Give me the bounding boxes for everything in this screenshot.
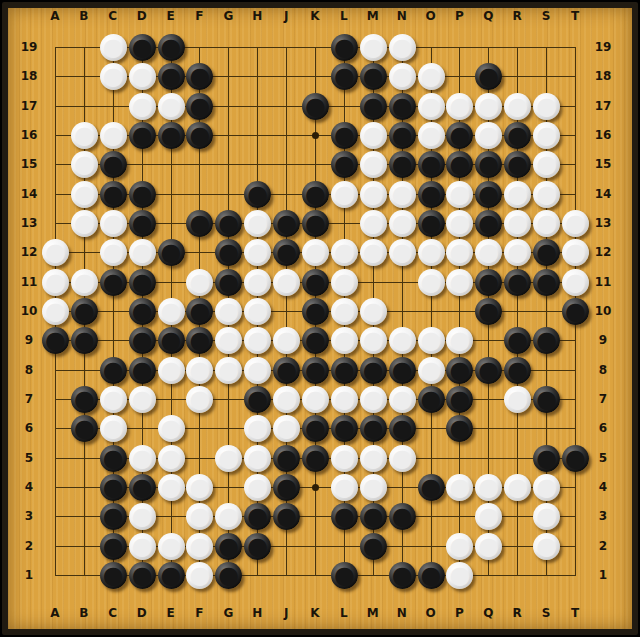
stone-black[interactable]: ● <box>158 327 185 354</box>
row-label-left: 17 <box>21 99 38 113</box>
stone-white[interactable]: ● <box>418 327 445 354</box>
stone-white[interactable]: ● <box>418 239 445 266</box>
stone-white[interactable]: ● <box>215 503 242 530</box>
stone-black[interactable]: ● <box>273 357 300 384</box>
row-label-right: 11 <box>595 275 612 289</box>
stone-white[interactable]: ● <box>186 269 213 296</box>
stone-white[interactable]: ● <box>418 357 445 384</box>
stone-black[interactable]: ● <box>129 474 156 501</box>
stone-black[interactable]: ● <box>215 239 242 266</box>
stone-black[interactable]: ● <box>129 562 156 589</box>
stone-white[interactable]: ● <box>100 63 127 90</box>
stone-black[interactable]: ● <box>186 122 213 149</box>
stone-black[interactable]: ● <box>215 269 242 296</box>
stone-black[interactable]: ● <box>504 327 531 354</box>
row-label-right: 7 <box>599 392 607 406</box>
stone-white[interactable]: ● <box>446 239 473 266</box>
stone-white[interactable]: ● <box>100 122 127 149</box>
stone-black[interactable]: ● <box>244 181 271 208</box>
stone-white[interactable]: ● <box>129 93 156 120</box>
stone-white[interactable]: ● <box>215 357 242 384</box>
stone-white[interactable]: ● <box>446 562 473 589</box>
row-label-right: 1 <box>599 568 607 582</box>
stone-white[interactable]: ● <box>475 239 502 266</box>
star-point <box>312 132 319 139</box>
stone-white[interactable]: ● <box>331 445 358 472</box>
stone-white[interactable]: ● <box>360 122 387 149</box>
stone-black[interactable]: ● <box>446 357 473 384</box>
stone-black[interactable]: ● <box>475 151 502 178</box>
stone-black[interactable]: ● <box>100 533 127 560</box>
stone-black[interactable]: ● <box>418 386 445 413</box>
stone-white[interactable]: ● <box>504 239 531 266</box>
stone-white[interactable]: ● <box>562 239 589 266</box>
stone-white[interactable]: ● <box>244 210 271 237</box>
stone-black[interactable]: ● <box>331 34 358 61</box>
stone-black[interactable]: ● <box>273 445 300 472</box>
col-label-bottom: O <box>425 606 435 620</box>
stone-black[interactable]: ● <box>273 239 300 266</box>
stone-black[interactable]: ● <box>389 357 416 384</box>
col-label-bottom: H <box>252 606 262 620</box>
col-label-bottom: K <box>310 606 319 620</box>
stone-black[interactable]: ● <box>533 269 560 296</box>
stone-white[interactable]: ● <box>446 210 473 237</box>
stone-black[interactable]: ● <box>504 122 531 149</box>
stone-black[interactable]: ● <box>418 474 445 501</box>
stone-white[interactable]: ● <box>446 93 473 120</box>
stone-black[interactable]: ● <box>273 474 300 501</box>
stone-black[interactable]: ● <box>302 445 329 472</box>
go-board[interactable]: AABBCCDDEEFFGGHHJJKKLLMMNNOOPPQQRRSSTT19… <box>8 8 632 629</box>
stone-white[interactable]: ● <box>244 415 271 442</box>
stone-black[interactable]: ● <box>389 151 416 178</box>
col-label-bottom: E <box>166 606 174 620</box>
stone-white[interactable]: ● <box>389 181 416 208</box>
stone-white[interactable]: ● <box>562 269 589 296</box>
stone-white[interactable]: ● <box>504 474 531 501</box>
stone-white[interactable]: ● <box>158 415 185 442</box>
stone-black[interactable]: ● <box>244 533 271 560</box>
stone-white[interactable]: ● <box>71 181 98 208</box>
col-label-top: P <box>455 9 464 23</box>
stone-white[interactable]: ● <box>158 93 185 120</box>
stone-white[interactable]: ● <box>273 386 300 413</box>
col-label-bottom: T <box>571 606 579 620</box>
stone-white[interactable]: ● <box>475 474 502 501</box>
stone-white[interactable]: ● <box>446 269 473 296</box>
col-label-bottom: B <box>79 606 88 620</box>
row-label-right: 3 <box>599 509 607 523</box>
stone-black[interactable]: ● <box>475 357 502 384</box>
stone-white[interactable]: ● <box>533 210 560 237</box>
stone-black[interactable]: ● <box>475 181 502 208</box>
col-label-top: B <box>79 9 88 23</box>
stone-white[interactable]: ● <box>446 181 473 208</box>
stone-white[interactable]: ● <box>100 239 127 266</box>
col-label-top: L <box>340 9 348 23</box>
stone-white[interactable]: ● <box>389 34 416 61</box>
stone-white[interactable]: ● <box>446 533 473 560</box>
stone-white[interactable]: ● <box>244 327 271 354</box>
stone-black[interactable]: ● <box>42 327 69 354</box>
col-label-top: Q <box>483 9 493 23</box>
stone-black[interactable]: ● <box>100 181 127 208</box>
stone-black[interactable]: ● <box>129 269 156 296</box>
row-label-left: 9 <box>25 333 33 347</box>
stone-black[interactable]: ● <box>562 445 589 472</box>
row-label-left: 10 <box>21 304 38 318</box>
stone-black[interactable]: ● <box>504 357 531 384</box>
stone-white[interactable]: ● <box>331 239 358 266</box>
stone-white[interactable]: ● <box>360 474 387 501</box>
stone-white[interactable]: ● <box>273 327 300 354</box>
stone-white[interactable]: ● <box>475 533 502 560</box>
col-label-bottom: S <box>542 606 551 620</box>
stone-white[interactable]: ● <box>42 298 69 325</box>
stone-white[interactable]: ● <box>504 210 531 237</box>
stone-black[interactable]: ● <box>331 63 358 90</box>
stone-black[interactable]: ● <box>360 357 387 384</box>
stone-white[interactable]: ● <box>129 239 156 266</box>
stone-black[interactable]: ● <box>533 445 560 472</box>
stone-black[interactable]: ● <box>244 503 271 530</box>
stone-white[interactable]: ● <box>186 533 213 560</box>
stone-black[interactable]: ● <box>475 63 502 90</box>
stone-white[interactable]: ● <box>331 298 358 325</box>
row-label-left: 1 <box>25 568 33 582</box>
stone-white[interactable]: ● <box>215 327 242 354</box>
stone-black[interactable]: ● <box>533 327 560 354</box>
stone-white[interactable]: ● <box>244 298 271 325</box>
stone-black[interactable]: ● <box>100 562 127 589</box>
stone-black[interactable]: ● <box>158 34 185 61</box>
stone-white[interactable]: ● <box>562 210 589 237</box>
stone-white[interactable]: ● <box>389 386 416 413</box>
stone-black[interactable]: ● <box>331 122 358 149</box>
stone-black[interactable]: ● <box>100 357 127 384</box>
stone-white[interactable]: ● <box>186 474 213 501</box>
stone-black[interactable]: ● <box>186 327 213 354</box>
stone-black[interactable]: ● <box>302 415 329 442</box>
stone-white[interactable]: ● <box>100 386 127 413</box>
stone-white[interactable]: ● <box>389 445 416 472</box>
col-label-top: M <box>367 9 379 23</box>
row-label-right: 17 <box>595 99 612 113</box>
stone-black[interactable]: ● <box>158 239 185 266</box>
stone-black[interactable]: ● <box>446 122 473 149</box>
row-label-right: 9 <box>599 333 607 347</box>
stone-black[interactable]: ● <box>129 181 156 208</box>
stone-black[interactable]: ● <box>215 533 242 560</box>
stone-white[interactable]: ● <box>446 474 473 501</box>
stone-white[interactable]: ● <box>331 327 358 354</box>
stone-black[interactable]: ● <box>504 151 531 178</box>
stone-white[interactable]: ● <box>129 533 156 560</box>
stone-black[interactable]: ● <box>389 415 416 442</box>
stone-white[interactable]: ● <box>302 239 329 266</box>
stone-black[interactable]: ● <box>129 327 156 354</box>
stone-black[interactable]: ● <box>100 269 127 296</box>
stone-white[interactable]: ● <box>186 386 213 413</box>
stone-black[interactable]: ● <box>158 63 185 90</box>
stone-white[interactable]: ● <box>244 239 271 266</box>
col-label-bottom: C <box>108 606 117 620</box>
stone-white[interactable]: ● <box>129 503 156 530</box>
stone-white[interactable]: ● <box>273 415 300 442</box>
col-label-bottom: Q <box>483 606 493 620</box>
row-label-right: 12 <box>595 245 612 259</box>
stone-black[interactable]: ● <box>302 93 329 120</box>
stone-black[interactable]: ● <box>302 298 329 325</box>
stone-white[interactable]: ● <box>360 239 387 266</box>
stone-white[interactable]: ● <box>389 327 416 354</box>
row-label-left: 13 <box>21 216 38 230</box>
stone-black[interactable]: ● <box>129 357 156 384</box>
stone-white[interactable]: ● <box>360 210 387 237</box>
stone-white[interactable]: ● <box>100 415 127 442</box>
stone-black[interactable]: ● <box>331 415 358 442</box>
row-label-left: 15 <box>21 157 38 171</box>
stone-white[interactable]: ● <box>533 474 560 501</box>
stone-black[interactable]: ● <box>71 386 98 413</box>
row-label-right: 2 <box>599 539 607 553</box>
stone-black[interactable]: ● <box>273 210 300 237</box>
stone-white[interactable]: ● <box>360 151 387 178</box>
stone-white[interactable]: ● <box>418 63 445 90</box>
stone-black[interactable]: ● <box>71 327 98 354</box>
stone-white[interactable]: ● <box>244 474 271 501</box>
col-label-top: D <box>137 9 147 23</box>
stone-white[interactable]: ● <box>100 210 127 237</box>
row-label-right: 8 <box>599 363 607 377</box>
row-label-right: 16 <box>595 128 612 142</box>
row-label-left: 16 <box>21 128 38 142</box>
stone-black[interactable]: ● <box>302 327 329 354</box>
stone-white[interactable]: ● <box>389 239 416 266</box>
stone-white[interactable]: ● <box>42 239 69 266</box>
stone-white[interactable]: ● <box>331 474 358 501</box>
stone-black[interactable]: ● <box>186 63 213 90</box>
stone-black[interactable]: ● <box>129 210 156 237</box>
stone-black[interactable]: ● <box>302 210 329 237</box>
stone-black[interactable]: ● <box>100 445 127 472</box>
stone-white[interactable]: ● <box>389 63 416 90</box>
col-label-top: N <box>397 9 407 23</box>
star-point <box>312 484 319 491</box>
stone-white[interactable]: ● <box>533 533 560 560</box>
stone-black[interactable]: ● <box>100 151 127 178</box>
stone-white[interactable]: ● <box>129 63 156 90</box>
stone-white[interactable]: ● <box>533 122 560 149</box>
stone-black[interactable]: ● <box>331 562 358 589</box>
stone-black[interactable]: ● <box>389 562 416 589</box>
stone-black[interactable]: ● <box>302 357 329 384</box>
stone-black[interactable]: ● <box>186 210 213 237</box>
stone-black[interactable]: ● <box>389 93 416 120</box>
col-label-bottom: N <box>397 606 407 620</box>
stone-black[interactable]: ● <box>533 386 560 413</box>
stone-white[interactable]: ● <box>100 34 127 61</box>
stone-black[interactable]: ● <box>215 210 242 237</box>
stone-white[interactable]: ● <box>504 93 531 120</box>
row-label-right: 10 <box>595 304 612 318</box>
stone-black[interactable]: ● <box>186 93 213 120</box>
col-label-top: T <box>571 9 579 23</box>
stone-black[interactable]: ● <box>331 357 358 384</box>
stone-black[interactable]: ● <box>360 415 387 442</box>
stone-white[interactable]: ● <box>158 533 185 560</box>
col-label-bottom: A <box>50 606 59 620</box>
stone-black[interactable]: ● <box>446 151 473 178</box>
stone-white[interactable]: ● <box>158 445 185 472</box>
stone-black[interactable]: ● <box>446 386 473 413</box>
col-label-top: O <box>425 9 435 23</box>
stone-white[interactable]: ● <box>418 93 445 120</box>
col-label-bottom: J <box>284 606 288 620</box>
stone-white[interactable]: ● <box>71 122 98 149</box>
stone-white[interactable]: ● <box>504 386 531 413</box>
stone-black[interactable]: ● <box>244 386 271 413</box>
stone-black[interactable]: ● <box>389 503 416 530</box>
stone-white[interactable]: ● <box>71 210 98 237</box>
stone-white[interactable]: ● <box>533 93 560 120</box>
col-label-top: H <box>252 9 262 23</box>
stone-black[interactable]: ● <box>129 298 156 325</box>
row-label-left: 11 <box>21 275 38 289</box>
row-label-left: 14 <box>21 187 38 201</box>
row-label-right: 6 <box>599 421 607 435</box>
stone-white[interactable]: ● <box>331 181 358 208</box>
stone-black[interactable]: ● <box>446 415 473 442</box>
stone-black[interactable]: ● <box>418 151 445 178</box>
go-game-screenshot: { "game": "go", "board": { "size": 19, "… <box>0 0 640 637</box>
stone-white[interactable]: ● <box>360 327 387 354</box>
stone-black[interactable]: ● <box>360 503 387 530</box>
row-label-right: 5 <box>599 451 607 465</box>
col-label-bottom: F <box>195 606 203 620</box>
stone-white[interactable]: ● <box>446 327 473 354</box>
row-label-right: 19 <box>595 40 612 54</box>
col-label-bottom: D <box>137 606 147 620</box>
stone-white[interactable]: ● <box>158 474 185 501</box>
stone-white[interactable]: ● <box>129 445 156 472</box>
stone-black[interactable]: ● <box>475 210 502 237</box>
row-label-right: 15 <box>595 157 612 171</box>
stone-white[interactable]: ● <box>360 386 387 413</box>
stone-black[interactable]: ● <box>302 269 329 296</box>
stone-white[interactable]: ● <box>186 503 213 530</box>
row-label-left: 2 <box>25 539 33 553</box>
stone-white[interactable]: ● <box>186 357 213 384</box>
stone-black[interactable]: ● <box>100 503 127 530</box>
stone-black[interactable]: ● <box>475 269 502 296</box>
stone-white[interactable]: ● <box>215 298 242 325</box>
stone-white[interactable]: ● <box>533 151 560 178</box>
stone-white[interactable]: ● <box>475 93 502 120</box>
stone-black[interactable]: ● <box>360 63 387 90</box>
row-label-left: 18 <box>21 69 38 83</box>
stone-white[interactable]: ● <box>360 181 387 208</box>
stone-white[interactable]: ● <box>504 181 531 208</box>
row-label-right: 13 <box>595 216 612 230</box>
stone-black[interactable]: ● <box>360 533 387 560</box>
row-label-left: 4 <box>25 480 33 494</box>
stone-white[interactable]: ● <box>360 445 387 472</box>
stone-black[interactable]: ● <box>215 562 242 589</box>
col-label-bottom: G <box>223 606 233 620</box>
stone-white[interactable]: ● <box>186 562 213 589</box>
stone-black[interactable]: ● <box>273 503 300 530</box>
stone-white[interactable]: ● <box>418 269 445 296</box>
stone-black[interactable]: ● <box>331 503 358 530</box>
stone-white[interactable]: ● <box>331 269 358 296</box>
stone-white[interactable]: ● <box>244 269 271 296</box>
stone-white[interactable]: ● <box>215 445 242 472</box>
col-label-top: E <box>166 9 174 23</box>
stone-black[interactable]: ● <box>475 298 502 325</box>
row-label-left: 5 <box>25 451 33 465</box>
stone-black[interactable]: ● <box>100 474 127 501</box>
stone-white[interactable]: ● <box>42 269 69 296</box>
stone-black[interactable]: ● <box>129 34 156 61</box>
row-label-left: 7 <box>25 392 33 406</box>
stone-black[interactable]: ● <box>71 298 98 325</box>
stone-white[interactable]: ● <box>71 269 98 296</box>
stone-black[interactable]: ● <box>360 93 387 120</box>
stone-black[interactable]: ● <box>562 298 589 325</box>
stone-white[interactable]: ● <box>244 445 271 472</box>
stone-black[interactable]: ● <box>331 151 358 178</box>
stone-white[interactable]: ● <box>331 386 358 413</box>
stone-white[interactable]: ● <box>129 386 156 413</box>
stone-black[interactable]: ● <box>158 122 185 149</box>
stone-black[interactable]: ● <box>418 562 445 589</box>
stone-white[interactable]: ● <box>418 122 445 149</box>
row-label-right: 14 <box>595 187 612 201</box>
stone-black[interactable]: ● <box>302 181 329 208</box>
stone-black[interactable]: ● <box>418 210 445 237</box>
stone-white[interactable]: ● <box>360 34 387 61</box>
stone-black[interactable]: ● <box>504 269 531 296</box>
row-label-left: 3 <box>25 509 33 523</box>
stone-white[interactable]: ● <box>302 386 329 413</box>
col-label-top: S <box>542 9 551 23</box>
col-label-bottom: R <box>513 606 522 620</box>
stone-white[interactable]: ● <box>244 357 271 384</box>
stone-black[interactable]: ● <box>158 562 185 589</box>
col-label-top: R <box>513 9 522 23</box>
stone-black[interactable]: ● <box>129 122 156 149</box>
stone-black[interactable]: ● <box>389 122 416 149</box>
stone-white[interactable]: ● <box>360 298 387 325</box>
stone-black[interactable]: ● <box>533 239 560 266</box>
stone-white[interactable]: ● <box>273 269 300 296</box>
stone-black[interactable]: ● <box>71 415 98 442</box>
row-label-left: 12 <box>21 245 38 259</box>
col-label-bottom: P <box>455 606 464 620</box>
stone-white[interactable]: ● <box>71 151 98 178</box>
stone-white[interactable]: ● <box>475 503 502 530</box>
stone-black[interactable]: ● <box>418 181 445 208</box>
stone-white[interactable]: ● <box>158 298 185 325</box>
stone-white[interactable]: ● <box>158 357 185 384</box>
stone-white[interactable]: ● <box>389 210 416 237</box>
stone-white[interactable]: ● <box>533 503 560 530</box>
stone-black[interactable]: ● <box>186 298 213 325</box>
stone-white[interactable]: ● <box>533 181 560 208</box>
stone-white[interactable]: ● <box>475 122 502 149</box>
